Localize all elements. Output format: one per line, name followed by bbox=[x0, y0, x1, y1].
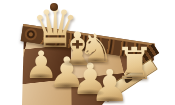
piece-shadow bbox=[51, 82, 81, 90]
chess-set-photo: ♛♝♞♜♟♟♟♟ bbox=[0, 0, 175, 105]
piece-shadow bbox=[94, 96, 126, 104]
piece-shadow bbox=[119, 74, 151, 82]
pieces-layer: ♛♝♞♜♟♟♟♟ bbox=[0, 0, 175, 105]
piece-shadow bbox=[74, 89, 105, 97]
piece-shadow bbox=[81, 57, 110, 64]
piece-shadow bbox=[35, 41, 74, 51]
